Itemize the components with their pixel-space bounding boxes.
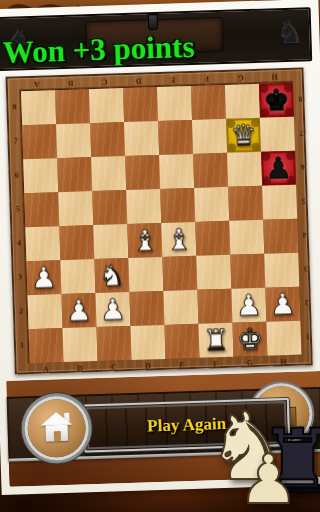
square-a2[interactable] — [27, 294, 62, 329]
square-a6[interactable] — [23, 158, 58, 193]
square-d8[interactable] — [123, 87, 158, 122]
square-e3[interactable] — [162, 256, 197, 291]
square-d5[interactable] — [126, 189, 161, 224]
coord-label: H — [266, 356, 300, 369]
square-c7[interactable] — [90, 122, 125, 157]
banner-bracket — [148, 14, 158, 30]
square-f5[interactable] — [194, 187, 229, 222]
square-b4[interactable] — [59, 225, 94, 260]
square-e4[interactable]: ♝ — [161, 222, 196, 257]
square-c1[interactable] — [96, 326, 131, 361]
square-h7[interactable] — [260, 117, 295, 152]
square-f8[interactable] — [191, 85, 226, 120]
coord-label: 1 — [15, 328, 28, 362]
square-d7[interactable] — [124, 121, 159, 156]
square-c3[interactable]: ♞ — [94, 258, 129, 293]
coord-label: H — [258, 70, 292, 83]
coord-label: 1 — [301, 319, 314, 353]
white-rook-f1: ♜ — [202, 324, 229, 357]
square-c6[interactable] — [91, 156, 126, 191]
square-g7[interactable]: ♛ — [226, 118, 261, 153]
play-again-button[interactable]: Play Again — [83, 398, 290, 452]
square-h2[interactable]: ♟ — [265, 287, 300, 322]
coord-label: C — [88, 75, 122, 88]
square-a3[interactable]: ♟ — [26, 260, 61, 295]
bottom-panel: Play Again — [6, 371, 320, 487]
coord-label: E — [165, 359, 199, 372]
square-f7[interactable] — [192, 119, 227, 154]
square-g3[interactable] — [230, 254, 265, 289]
coord-label: 6 — [296, 149, 309, 183]
square-b1[interactable] — [62, 327, 97, 362]
square-e1[interactable] — [164, 324, 199, 359]
square-f4[interactable] — [195, 221, 230, 256]
square-d3[interactable] — [128, 257, 163, 292]
coord-label: 2 — [300, 285, 313, 319]
white-queen-g7: ♛ — [230, 119, 257, 152]
chess-board-frame: ♚♛♟♝♝♟♞♟♟♟♟♜♚ ABCDEFGH ABCDEFGH 87654321… — [6, 67, 313, 374]
square-h1[interactable] — [266, 321, 301, 356]
square-e5[interactable] — [160, 188, 195, 223]
square-h8[interactable]: ♚ — [259, 83, 294, 118]
square-h6[interactable]: ♟ — [261, 151, 296, 186]
app-screen: ♞ ♞ Won +3 points ♚♛♟♝♝♟♞♟♟♟♟♜♚ ABCDEFGH… — [0, 0, 320, 512]
file-labels-top: ABCDEFGH — [8, 69, 302, 78]
coord-label: 5 — [11, 192, 24, 226]
square-c5[interactable] — [92, 190, 127, 225]
coord-label: D — [131, 360, 165, 373]
square-h4[interactable] — [263, 219, 298, 254]
square-f3[interactable] — [196, 255, 231, 290]
coord-label: B — [63, 362, 97, 375]
chess-board: ♚♛♟♝♝♟♞♟♟♟♟♜♚ — [20, 82, 300, 362]
coord-label: 8 — [8, 90, 21, 124]
coord-label: 7 — [295, 115, 308, 149]
square-d6[interactable] — [125, 155, 160, 190]
square-g5[interactable] — [228, 186, 263, 221]
coord-label: B — [54, 76, 88, 89]
square-d1[interactable] — [130, 325, 165, 360]
coord-label: G — [233, 357, 267, 370]
square-c8[interactable] — [89, 88, 124, 123]
coord-label: A — [20, 77, 54, 90]
coord-label: 6 — [10, 158, 23, 192]
square-h3[interactable] — [264, 253, 299, 288]
square-f6[interactable] — [193, 153, 228, 188]
square-g2[interactable]: ♟ — [231, 288, 266, 323]
square-d2[interactable] — [129, 291, 164, 326]
white-pawn-g2: ♟ — [235, 289, 262, 322]
coord-label: 5 — [297, 183, 310, 217]
coord-label: C — [97, 361, 131, 374]
square-b2[interactable]: ♟ — [61, 293, 96, 328]
square-b5[interactable] — [58, 191, 93, 226]
black-pawn-h6: ♟ — [265, 152, 292, 185]
photo-card: ♞ ♞ Won +3 points ♚♛♟♝♝♟♞♟♟♟♟♜♚ ABCDEFGH… — [0, 0, 320, 495]
square-h5[interactable] — [262, 185, 297, 220]
square-b7[interactable] — [56, 123, 91, 158]
coord-label: 2 — [14, 294, 27, 328]
square-a8[interactable] — [21, 90, 56, 125]
white-pawn-a3: ♟ — [30, 261, 57, 294]
coord-label: 3 — [13, 260, 26, 294]
coord-label: 4 — [12, 226, 25, 260]
coord-label: 3 — [299, 251, 312, 285]
square-a1[interactable] — [29, 328, 64, 363]
square-f2[interactable] — [197, 289, 232, 324]
square-a5[interactable] — [24, 192, 59, 227]
coord-label: 4 — [298, 217, 311, 251]
white-bishop-e4: ♝ — [165, 223, 192, 256]
result-text: Won +3 points — [2, 26, 312, 70]
white-pawn-c2: ♟ — [99, 293, 126, 326]
coord-label: D — [122, 74, 156, 87]
square-c2[interactable]: ♟ — [95, 292, 130, 327]
square-b6[interactable] — [57, 157, 92, 192]
square-g6[interactable] — [227, 152, 262, 187]
square-g8[interactable] — [225, 84, 260, 119]
white-king-g1: ♚ — [236, 323, 263, 356]
coord-label: 7 — [9, 124, 22, 158]
square-e7[interactable] — [158, 120, 193, 155]
white-knight-c3: ♞ — [98, 259, 125, 292]
white-pawn-h2: ♟ — [269, 288, 296, 321]
square-a7[interactable] — [22, 124, 57, 159]
coord-label: G — [224, 71, 258, 84]
result-banner: ♞ ♞ Won +3 points — [0, 7, 312, 71]
square-e6[interactable] — [159, 154, 194, 189]
coord-label: F — [199, 358, 233, 371]
coord-label: 8 — [294, 81, 307, 115]
square-g4[interactable] — [229, 220, 264, 255]
square-e2[interactable] — [163, 290, 198, 325]
square-d4[interactable]: ♝ — [127, 223, 162, 258]
square-b3[interactable] — [60, 259, 95, 294]
square-e8[interactable] — [157, 86, 192, 121]
white-bishop-d4: ♝ — [131, 224, 158, 257]
home-icon — [39, 412, 74, 443]
play-again-label: Play Again — [147, 414, 226, 436]
coord-label: A — [29, 363, 63, 376]
square-g1[interactable]: ♚ — [232, 322, 267, 357]
square-f1[interactable]: ♜ — [198, 323, 233, 358]
black-king-h8: ♚ — [263, 84, 290, 117]
square-c4[interactable] — [93, 224, 128, 259]
white-pawn-b2: ♟ — [65, 294, 92, 327]
coord-label: F — [190, 72, 224, 85]
square-b8[interactable] — [55, 89, 90, 124]
square-a4[interactable] — [25, 226, 60, 261]
coord-label: E — [156, 73, 190, 86]
